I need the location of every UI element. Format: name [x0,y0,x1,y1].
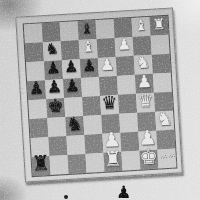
chess-board: ♝♝♜♞♝♟♟♟♟♟♞♟♟♟♟♚♛♛♞♞♟♟♜♜♚∴∴ ∴∴ : · : · ·… [15,7,183,182]
piece-white-bishop-g8[interactable]: ♝ [134,18,148,33]
piece-white-knight-g6[interactable]: ♞ [135,54,151,71]
piece-white-knight-h3[interactable]: ♞ [155,109,173,129]
piece-black-pawn-b5[interactable]: ♟ [46,78,62,96]
chessboard-photo: ♝♝♜♞♝♟♟♟♟♟♞♟♟♟♟♚♛♛♞♞♟♟♜♜♚∴∴ ∴∴ : · : · ·… [0,0,200,200]
piece-white-king-g1[interactable]: ♚ [139,146,159,168]
piece-black-knight-c3[interactable]: ♞ [66,114,84,134]
piece-white-pawn-e6[interactable]: ♟ [99,57,115,74]
captured-black-piece-offboard: ♟ [116,184,131,200]
piece-white-pawn-f7[interactable]: ♟ [117,37,132,53]
debris-dot [64,195,68,199]
piece-white-pawn-g5[interactable]: ♟ [136,73,152,91]
piece-black-queen-e4[interactable]: ♛ [101,93,118,112]
piece-black-king-b4[interactable]: ♚ [47,97,64,116]
left-edge-marking: · : [19,87,24,95]
corner-stamp-h1: ∴∴ ∴∴ [160,152,175,160]
piece-black-pawn-b6[interactable]: ♟ [46,60,62,77]
piece-black-knight-b7[interactable]: ♞ [45,41,60,57]
right-edge-marking: : · : · [170,56,176,75]
piece-black-pawn-d6[interactable]: ♟ [82,58,98,75]
piece-black-pawn-c5[interactable]: ♟ [64,77,80,95]
piece-white-queen-g4[interactable]: ♛ [137,91,154,110]
piece-white-bishop-d7[interactable]: ♝ [81,39,96,55]
piece-black-pawn-a5[interactable]: ♟ [28,79,44,97]
pieces-layer: ♝♝♜♞♝♟♟♟♟♟♞♟♟♟♟♚♛♛♞♞♟♟♜♜♚∴∴ ∴∴ [24,16,177,176]
piece-white-rook-e1[interactable]: ♜ [103,148,123,170]
piece-white-rook-h8[interactable]: ♜ [152,17,166,32]
piece-black-bishop-d8[interactable]: ♝ [80,21,94,36]
piece-black-pawn-c6[interactable]: ♟ [64,59,80,76]
piece-black-rook-a1[interactable]: ♜ [31,153,51,175]
